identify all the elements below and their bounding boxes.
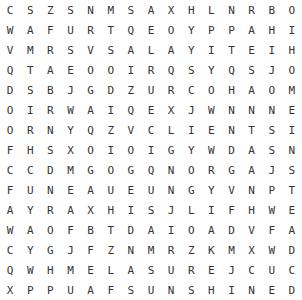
grid-cell[interactable]: C: [141, 120, 161, 140]
grid-cell[interactable]: C: [0, 240, 20, 260]
grid-cell[interactable]: P: [20, 280, 40, 300]
grid-cell[interactable]: G: [121, 160, 141, 180]
grid-cell[interactable]: A: [242, 20, 262, 40]
grid-cell[interactable]: P: [40, 280, 60, 300]
grid-cell[interactable]: L: [201, 0, 221, 20]
grid-cell[interactable]: U: [161, 260, 181, 280]
grid-cell[interactable]: B: [40, 80, 60, 100]
grid-cell[interactable]: Z: [121, 80, 141, 100]
grid-cell[interactable]: A: [20, 20, 40, 40]
grid-cell[interactable]: T: [101, 20, 121, 40]
grid-cell[interactable]: A: [141, 0, 161, 20]
grid-cell[interactable]: H: [282, 40, 302, 60]
grid-cell[interactable]: Y: [60, 120, 80, 140]
grid-cell[interactable]: J: [262, 160, 282, 180]
grid-cell[interactable]: S: [282, 160, 302, 180]
grid-cell[interactable]: F: [60, 220, 80, 240]
grid-cell[interactable]: I: [141, 140, 161, 160]
grid-cell[interactable]: E: [121, 180, 141, 200]
grid-cell[interactable]: H: [242, 200, 262, 220]
grid-cell[interactable]: G: [221, 160, 241, 180]
grid-cell[interactable]: X: [0, 280, 20, 300]
grid-cell[interactable]: E: [201, 120, 221, 140]
grid-cell[interactable]: W: [60, 100, 80, 120]
grid-cell[interactable]: R: [40, 40, 60, 60]
grid-cell[interactable]: R: [81, 20, 101, 40]
grid-cell[interactable]: G: [40, 240, 60, 260]
grid-cell[interactable]: V: [121, 120, 141, 140]
grid-cell[interactable]: N: [242, 100, 262, 120]
grid-cell[interactable]: P: [201, 20, 221, 40]
grid-cell[interactable]: W: [201, 140, 221, 160]
grid-cell[interactable]: S: [60, 0, 80, 20]
grid-cell[interactable]: I: [221, 280, 241, 300]
grid-cell[interactable]: M: [60, 160, 80, 180]
grid-cell[interactable]: K: [201, 240, 221, 260]
grid-cell[interactable]: A: [282, 220, 302, 240]
word-search-grid: CSZSNMSAXHLNRBOWAFURTQEOYPPAHIVMRSVSALAY…: [0, 0, 302, 300]
grid-cell[interactable]: P: [262, 180, 282, 200]
grid-cell[interactable]: C: [0, 160, 20, 180]
grid-cell[interactable]: T: [282, 180, 302, 200]
grid-cell[interactable]: L: [181, 200, 201, 220]
grid-cell[interactable]: L: [161, 120, 181, 140]
grid-cell[interactable]: Q: [121, 20, 141, 40]
grid-cell[interactable]: X: [242, 240, 262, 260]
grid-cell[interactable]: S: [141, 260, 161, 280]
grid-cell[interactable]: E: [141, 100, 161, 120]
grid-cell[interactable]: B: [262, 0, 282, 20]
grid-cell[interactable]: F: [0, 140, 20, 160]
grid-cell[interactable]: J: [161, 200, 181, 220]
grid-cell[interactable]: S: [262, 140, 282, 160]
grid-cell[interactable]: Y: [20, 200, 40, 220]
grid-cell[interactable]: M: [221, 240, 241, 260]
grid-cell[interactable]: D: [101, 80, 121, 100]
grid-cell[interactable]: Q: [141, 160, 161, 180]
grid-cell[interactable]: E: [141, 20, 161, 40]
grid-cell[interactable]: D: [282, 240, 302, 260]
grid-cell[interactable]: F: [221, 200, 241, 220]
grid-cell[interactable]: X: [161, 100, 181, 120]
grid-cell[interactable]: I: [282, 20, 302, 40]
grid-cell[interactable]: E: [201, 260, 221, 280]
grid-cell[interactable]: N: [221, 100, 241, 120]
grid-cell[interactable]: M: [20, 40, 40, 60]
grid-cell[interactable]: O: [181, 220, 201, 240]
grid-cell[interactable]: H: [201, 280, 221, 300]
grid-cell[interactable]: H: [40, 260, 60, 280]
grid-cell[interactable]: S: [262, 120, 282, 140]
grid-cell[interactable]: X: [161, 0, 181, 20]
grid-cell[interactable]: N: [242, 280, 262, 300]
grid-cell[interactable]: Q: [0, 60, 20, 80]
grid-cell[interactable]: Y: [181, 140, 201, 160]
grid-cell[interactable]: L: [101, 260, 121, 280]
grid-cell[interactable]: O: [121, 140, 141, 160]
grid-cell[interactable]: H: [101, 200, 121, 220]
grid-cell[interactable]: S: [141, 200, 161, 220]
grid-cell[interactable]: I: [262, 40, 282, 60]
grid-cell[interactable]: D: [121, 220, 141, 240]
grid-cell[interactable]: J: [221, 260, 241, 280]
grid-cell[interactable]: Q: [0, 260, 20, 280]
grid-cell[interactable]: C: [0, 0, 20, 20]
grid-cell[interactable]: A: [242, 160, 262, 180]
grid-cell[interactable]: V: [242, 220, 262, 240]
grid-cell[interactable]: G: [81, 80, 101, 100]
grid-cell[interactable]: W: [262, 200, 282, 220]
grid-cell[interactable]: D: [282, 280, 302, 300]
grid-cell[interactable]: N: [40, 180, 60, 200]
grid-cell[interactable]: S: [20, 80, 40, 100]
grid-cell[interactable]: N: [262, 100, 282, 120]
grid-cell[interactable]: P: [221, 20, 241, 40]
grid-cell[interactable]: C: [242, 260, 262, 280]
grid-cell[interactable]: W: [20, 260, 40, 280]
grid-cell[interactable]: I: [181, 120, 201, 140]
grid-cell[interactable]: S: [60, 40, 80, 60]
grid-cell[interactable]: A: [20, 220, 40, 240]
grid-cell[interactable]: C: [181, 80, 201, 100]
grid-cell[interactable]: S: [101, 40, 121, 60]
grid-cell[interactable]: N: [81, 0, 101, 20]
grid-cell[interactable]: J: [60, 80, 80, 100]
grid-cell[interactable]: A: [40, 60, 60, 80]
grid-cell[interactable]: N: [282, 140, 302, 160]
grid-cell[interactable]: R: [181, 260, 201, 280]
grid-cell[interactable]: A: [242, 80, 262, 100]
grid-cell[interactable]: R: [40, 100, 60, 120]
grid-cell[interactable]: X: [60, 140, 80, 160]
grid-cell[interactable]: Q: [221, 60, 241, 80]
grid-cell[interactable]: E: [81, 260, 101, 280]
grid-cell[interactable]: D: [221, 140, 241, 160]
grid-cell[interactable]: U: [141, 80, 161, 100]
grid-cell[interactable]: D: [40, 160, 60, 180]
grid-cell[interactable]: O: [0, 120, 20, 140]
grid-cell[interactable]: E: [282, 100, 302, 120]
grid-cell[interactable]: N: [221, 0, 241, 20]
grid-cell[interactable]: M: [141, 240, 161, 260]
grid-cell[interactable]: O: [201, 80, 221, 100]
grid-cell[interactable]: U: [60, 20, 80, 40]
grid-cell[interactable]: Y: [201, 60, 221, 80]
grid-cell[interactable]: A: [121, 260, 141, 280]
grid-cell[interactable]: T: [242, 120, 262, 140]
grid-cell[interactable]: Z: [101, 240, 121, 260]
grid-cell[interactable]: D: [0, 80, 20, 100]
grid-cell[interactable]: O: [40, 220, 60, 240]
grid-cell[interactable]: M: [101, 0, 121, 20]
grid-cell[interactable]: Y: [201, 180, 221, 200]
grid-cell[interactable]: A: [81, 100, 101, 120]
grid-cell[interactable]: O: [262, 80, 282, 100]
grid-cell[interactable]: N: [221, 120, 241, 140]
grid-cell[interactable]: G: [181, 180, 201, 200]
grid-cell[interactable]: F: [101, 280, 121, 300]
grid-cell[interactable]: N: [161, 180, 181, 200]
grid-cell[interactable]: W: [262, 240, 282, 260]
grid-cell[interactable]: U: [60, 280, 80, 300]
grid-cell[interactable]: F: [0, 180, 20, 200]
grid-cell[interactable]: Y: [181, 20, 201, 40]
grid-cell[interactable]: E: [262, 280, 282, 300]
grid-cell[interactable]: E: [242, 40, 262, 60]
grid-cell[interactable]: I: [121, 200, 141, 220]
grid-cell[interactable]: S: [121, 280, 141, 300]
grid-cell[interactable]: A: [161, 40, 181, 60]
grid-cell[interactable]: L: [141, 40, 161, 60]
grid-cell[interactable]: I: [201, 40, 221, 60]
grid-cell[interactable]: S: [181, 60, 201, 80]
grid-cell[interactable]: A: [81, 180, 101, 200]
grid-cell[interactable]: W: [0, 220, 20, 240]
grid-cell[interactable]: S: [181, 280, 201, 300]
grid-cell[interactable]: Z: [101, 120, 121, 140]
grid-cell[interactable]: G: [161, 140, 181, 160]
grid-cell[interactable]: R: [201, 160, 221, 180]
grid-cell[interactable]: A: [121, 40, 141, 60]
grid-cell[interactable]: U: [141, 280, 161, 300]
grid-cell[interactable]: V: [221, 180, 241, 200]
grid-cell[interactable]: O: [81, 140, 101, 160]
grid-cell[interactable]: F: [262, 220, 282, 240]
grid-cell[interactable]: I: [121, 60, 141, 80]
grid-cell[interactable]: O: [181, 160, 201, 180]
grid-cell[interactable]: R: [20, 120, 40, 140]
grid-cell[interactable]: O: [101, 60, 121, 80]
grid-cell[interactable]: E: [60, 180, 80, 200]
grid-cell[interactable]: J: [181, 100, 201, 120]
grid-cell[interactable]: S: [242, 60, 262, 80]
grid-cell[interactable]: R: [242, 0, 262, 20]
grid-cell[interactable]: Q: [121, 100, 141, 120]
grid-cell[interactable]: S: [40, 140, 60, 160]
grid-cell[interactable]: F: [40, 20, 60, 40]
grid-cell[interactable]: R: [161, 240, 181, 260]
grid-cell[interactable]: J: [60, 240, 80, 260]
grid-cell[interactable]: J: [262, 60, 282, 80]
grid-cell[interactable]: I: [161, 220, 181, 240]
grid-cell[interactable]: H: [181, 0, 201, 20]
grid-cell[interactable]: A: [242, 140, 262, 160]
grid-cell[interactable]: A: [201, 220, 221, 240]
grid-cell[interactable]: N: [242, 180, 262, 200]
grid-cell[interactable]: W: [0, 20, 20, 40]
grid-cell[interactable]: Q: [161, 60, 181, 80]
grid-cell[interactable]: F: [81, 240, 101, 260]
grid-cell[interactable]: I: [20, 100, 40, 120]
grid-cell[interactable]: O: [101, 160, 121, 180]
grid-cell[interactable]: H: [262, 20, 282, 40]
grid-cell[interactable]: Z: [181, 240, 201, 260]
grid-cell[interactable]: R: [40, 200, 60, 220]
grid-cell[interactable]: I: [282, 120, 302, 140]
grid-cell[interactable]: Y: [181, 40, 201, 60]
grid-cell[interactable]: Y: [20, 240, 40, 260]
grid-cell[interactable]: E: [60, 60, 80, 80]
grid-cell[interactable]: Z: [40, 0, 60, 20]
grid-cell[interactable]: A: [81, 280, 101, 300]
grid-cell[interactable]: I: [101, 140, 121, 160]
grid-cell[interactable]: O: [161, 20, 181, 40]
grid-cell[interactable]: I: [201, 200, 221, 220]
grid-cell[interactable]: C: [20, 160, 40, 180]
grid-cell[interactable]: M: [282, 80, 302, 100]
grid-cell[interactable]: T: [20, 60, 40, 80]
grid-cell[interactable]: R: [141, 60, 161, 80]
grid-cell[interactable]: B: [81, 220, 101, 240]
grid-cell[interactable]: I: [101, 100, 121, 120]
grid-cell[interactable]: O: [282, 60, 302, 80]
grid-cell[interactable]: O: [0, 100, 20, 120]
grid-cell[interactable]: N: [121, 240, 141, 260]
grid-cell[interactable]: H: [221, 80, 241, 100]
grid-cell[interactable]: D: [221, 220, 241, 240]
grid-cell[interactable]: X: [81, 200, 101, 220]
grid-cell[interactable]: O: [282, 0, 302, 20]
grid-cell[interactable]: N: [40, 120, 60, 140]
grid-cell[interactable]: T: [221, 40, 241, 60]
grid-cell[interactable]: T: [101, 220, 121, 240]
grid-cell[interactable]: V: [0, 40, 20, 60]
grid-cell[interactable]: S: [20, 0, 40, 20]
grid-cell[interactable]: E: [282, 200, 302, 220]
grid-cell[interactable]: U: [262, 260, 282, 280]
grid-cell[interactable]: H: [20, 140, 40, 160]
grid-cell[interactable]: Q: [81, 120, 101, 140]
grid-cell[interactable]: U: [101, 180, 121, 200]
grid-cell[interactable]: O: [81, 60, 101, 80]
grid-cell[interactable]: M: [60, 260, 80, 280]
grid-cell[interactable]: U: [141, 180, 161, 200]
grid-cell[interactable]: C: [282, 260, 302, 280]
grid-cell[interactable]: S: [121, 0, 141, 20]
grid-cell[interactable]: A: [60, 200, 80, 220]
grid-cell[interactable]: G: [81, 160, 101, 180]
grid-cell[interactable]: A: [141, 220, 161, 240]
grid-cell[interactable]: A: [0, 200, 20, 220]
grid-cell[interactable]: N: [161, 280, 181, 300]
grid-cell[interactable]: U: [20, 180, 40, 200]
grid-cell[interactable]: V: [81, 40, 101, 60]
grid-cell[interactable]: W: [201, 100, 221, 120]
grid-cell[interactable]: N: [161, 160, 181, 180]
grid-cell[interactable]: R: [161, 80, 181, 100]
